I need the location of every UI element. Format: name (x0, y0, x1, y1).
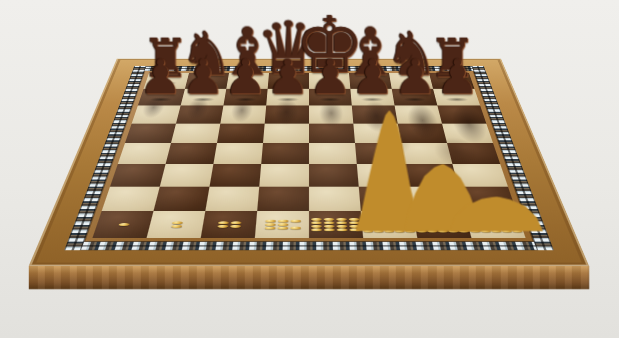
square-e8[interactable] (309, 73, 350, 89)
square-c5[interactable] (217, 124, 265, 143)
square-a7[interactable] (138, 89, 185, 106)
square-g7[interactable] (392, 89, 438, 106)
square-d5[interactable] (263, 124, 309, 143)
square-d8[interactable] (268, 73, 309, 89)
square-a8[interactable] (144, 73, 189, 89)
square-b8[interactable] (185, 73, 229, 89)
square-f7[interactable] (350, 89, 394, 106)
chessboard: ♜♞♝♛♚♝♞♜♟♟♟♟♟♟♟♟ (29, 59, 589, 266)
square-a6[interactable] (132, 105, 181, 123)
square-h8[interactable] (429, 73, 474, 89)
square-h5[interactable] (442, 124, 493, 143)
square-e7[interactable] (309, 89, 352, 106)
square-c8[interactable] (226, 73, 269, 89)
square-e6[interactable] (309, 105, 353, 123)
square-b7[interactable] (181, 89, 227, 106)
square-c7[interactable] (223, 89, 267, 106)
square-d6[interactable] (265, 105, 309, 123)
square-c6[interactable] (220, 105, 266, 123)
square-h6[interactable] (437, 105, 486, 123)
square-f8[interactable] (349, 73, 392, 89)
board-front-edge (29, 266, 589, 289)
square-b5[interactable] (171, 124, 220, 143)
square-b6[interactable] (176, 105, 223, 123)
scene: ♜♞♝♛♚♝♞♜♟♟♟♟♟♟♟♟ (0, 0, 619, 338)
square-h7[interactable] (433, 89, 480, 106)
square-e5[interactable] (309, 124, 355, 143)
square-g5[interactable] (398, 124, 447, 143)
square-a5[interactable] (125, 124, 176, 143)
square-g6[interactable] (395, 105, 442, 123)
square-d7[interactable] (266, 89, 309, 106)
perspective-scene: ♜♞♝♛♚♝♞♜♟♟♟♟♟♟♟♟ (0, 0, 619, 338)
square-g8[interactable] (389, 73, 433, 89)
